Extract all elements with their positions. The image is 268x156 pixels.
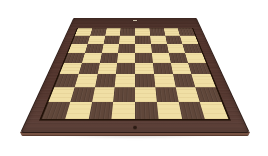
square-c6 [102, 44, 120, 53]
square-d3 [115, 74, 135, 87]
maker-inlay-icon [132, 20, 137, 21]
square-h7 [180, 36, 198, 44]
chess-board [20, 18, 250, 133]
board-squares [42, 28, 229, 118]
square-d6 [118, 44, 135, 53]
square-b3 [75, 74, 98, 87]
square-h4 [188, 63, 210, 74]
square-f5 [152, 53, 171, 63]
square-d8 [120, 28, 135, 35]
square-c3 [95, 74, 116, 87]
square-d7 [119, 36, 135, 44]
square-e1 [135, 102, 158, 119]
square-e3 [135, 74, 155, 87]
square-d5 [117, 53, 135, 63]
square-e7 [135, 36, 151, 44]
square-e8 [135, 28, 150, 35]
square-d2 [113, 87, 135, 102]
square-c7 [103, 36, 120, 44]
square-e4 [135, 63, 154, 74]
square-f8 [149, 28, 165, 35]
square-e5 [135, 53, 153, 63]
square-c1 [88, 102, 113, 119]
square-d4 [116, 63, 135, 74]
square-h8 [178, 28, 195, 35]
square-h3 [192, 74, 216, 87]
square-b5 [82, 53, 102, 63]
square-e6 [135, 44, 152, 53]
square-c4 [97, 63, 117, 74]
square-f6 [151, 44, 169, 53]
square-f3 [154, 74, 175, 87]
square-d1 [112, 102, 135, 119]
square-b4 [78, 63, 99, 74]
square-c8 [105, 28, 121, 35]
square-c5 [100, 53, 119, 63]
square-f7 [150, 36, 167, 44]
square-h6 [182, 44, 201, 53]
square-b8 [90, 28, 106, 35]
square-b6 [85, 44, 104, 53]
square-e2 [135, 87, 157, 102]
square-b7 [88, 36, 105, 44]
square-h2 [195, 87, 221, 102]
near-rail-dot-icon [133, 126, 137, 130]
square-c2 [92, 87, 115, 102]
square-f4 [153, 63, 173, 74]
product-photo [0, 0, 268, 156]
square-h1 [200, 102, 228, 119]
square-h5 [185, 53, 206, 63]
